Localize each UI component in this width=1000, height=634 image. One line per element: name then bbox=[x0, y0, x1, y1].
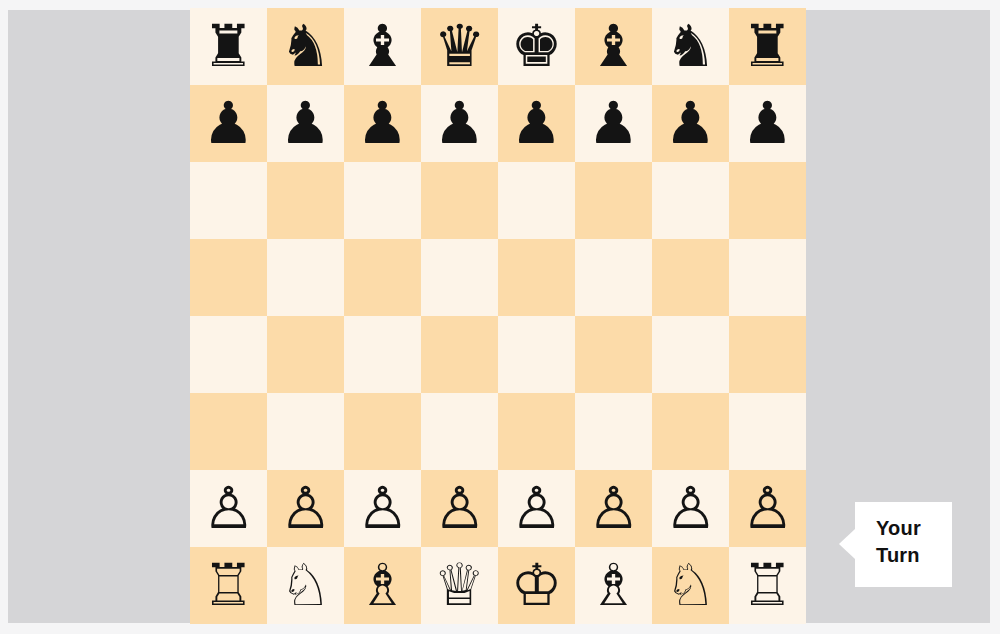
piece-white-rook[interactable]: ♖ bbox=[203, 547, 255, 624]
piece-black-pawn[interactable]: ♟ bbox=[357, 85, 409, 162]
square-e2[interactable]: ♙ bbox=[498, 470, 575, 547]
square-e7[interactable]: ♟ bbox=[498, 85, 575, 162]
square-g7[interactable]: ♟ bbox=[652, 85, 729, 162]
square-b4[interactable] bbox=[267, 316, 344, 393]
square-d3[interactable] bbox=[421, 393, 498, 470]
piece-black-bishop[interactable]: ♝ bbox=[357, 8, 409, 85]
square-h7[interactable]: ♟ bbox=[729, 85, 806, 162]
square-b3[interactable] bbox=[267, 393, 344, 470]
square-b6[interactable] bbox=[267, 162, 344, 239]
square-b7[interactable]: ♟ bbox=[267, 85, 344, 162]
piece-white-bishop[interactable]: ♗ bbox=[588, 547, 640, 624]
square-c3[interactable] bbox=[344, 393, 421, 470]
piece-black-knight[interactable]: ♞ bbox=[665, 8, 717, 85]
square-d6[interactable] bbox=[421, 162, 498, 239]
square-a5[interactable] bbox=[190, 239, 267, 316]
piece-white-queen[interactable]: ♕ bbox=[434, 547, 486, 624]
square-e1[interactable]: ♔ bbox=[498, 547, 575, 624]
square-e5[interactable] bbox=[498, 239, 575, 316]
bubble-arrow-left-icon bbox=[839, 529, 855, 559]
piece-white-pawn[interactable]: ♙ bbox=[434, 470, 486, 547]
piece-white-king[interactable]: ♔ bbox=[511, 547, 563, 624]
square-c4[interactable] bbox=[344, 316, 421, 393]
piece-black-queen[interactable]: ♛ bbox=[434, 8, 486, 85]
square-d7[interactable]: ♟ bbox=[421, 85, 498, 162]
piece-white-knight[interactable]: ♘ bbox=[665, 547, 717, 624]
turn-indicator-bubble: Your Turn bbox=[855, 502, 952, 587]
square-e4[interactable] bbox=[498, 316, 575, 393]
piece-white-pawn[interactable]: ♙ bbox=[742, 470, 794, 547]
square-f4[interactable] bbox=[575, 316, 652, 393]
square-c7[interactable]: ♟ bbox=[344, 85, 421, 162]
square-b1[interactable]: ♘ bbox=[267, 547, 344, 624]
square-a7[interactable]: ♟ bbox=[190, 85, 267, 162]
piece-white-bishop[interactable]: ♗ bbox=[357, 547, 409, 624]
square-a2[interactable]: ♙ bbox=[190, 470, 267, 547]
piece-black-rook[interactable]: ♜ bbox=[203, 8, 255, 85]
square-g1[interactable]: ♘ bbox=[652, 547, 729, 624]
square-c6[interactable] bbox=[344, 162, 421, 239]
square-e6[interactable] bbox=[498, 162, 575, 239]
square-d2[interactable]: ♙ bbox=[421, 470, 498, 547]
square-a4[interactable] bbox=[190, 316, 267, 393]
turn-indicator-line1: Your bbox=[876, 515, 952, 542]
square-c1[interactable]: ♗ bbox=[344, 547, 421, 624]
square-c8[interactable]: ♝ bbox=[344, 8, 421, 85]
piece-black-pawn[interactable]: ♟ bbox=[588, 85, 640, 162]
square-a6[interactable] bbox=[190, 162, 267, 239]
piece-white-rook[interactable]: ♖ bbox=[742, 547, 794, 624]
piece-black-king[interactable]: ♚ bbox=[511, 8, 563, 85]
square-f5[interactable] bbox=[575, 239, 652, 316]
piece-white-pawn[interactable]: ♙ bbox=[588, 470, 640, 547]
piece-white-pawn[interactable]: ♙ bbox=[203, 470, 255, 547]
square-b8[interactable]: ♞ bbox=[267, 8, 344, 85]
square-f6[interactable] bbox=[575, 162, 652, 239]
piece-white-pawn[interactable]: ♙ bbox=[357, 470, 409, 547]
piece-black-pawn[interactable]: ♟ bbox=[665, 85, 717, 162]
square-g5[interactable] bbox=[652, 239, 729, 316]
piece-black-pawn[interactable]: ♟ bbox=[511, 85, 563, 162]
page: ♜♞♝♛♚♝♞♜♟♟♟♟♟♟♟♟♙♙♙♙♙♙♙♙♖♘♗♕♔♗♘♖ Your Tu… bbox=[0, 0, 1000, 634]
piece-black-knight[interactable]: ♞ bbox=[280, 8, 332, 85]
square-h1[interactable]: ♖ bbox=[729, 547, 806, 624]
square-h3[interactable] bbox=[729, 393, 806, 470]
piece-black-pawn[interactable]: ♟ bbox=[280, 85, 332, 162]
square-h4[interactable] bbox=[729, 316, 806, 393]
piece-black-pawn[interactable]: ♟ bbox=[434, 85, 486, 162]
piece-white-pawn[interactable]: ♙ bbox=[511, 470, 563, 547]
square-a1[interactable]: ♖ bbox=[190, 547, 267, 624]
square-g3[interactable] bbox=[652, 393, 729, 470]
chess-board[interactable]: ♜♞♝♛♚♝♞♜♟♟♟♟♟♟♟♟♙♙♙♙♙♙♙♙♖♘♗♕♔♗♘♖ bbox=[190, 8, 806, 624]
square-b5[interactable] bbox=[267, 239, 344, 316]
square-h5[interactable] bbox=[729, 239, 806, 316]
square-d4[interactable] bbox=[421, 316, 498, 393]
piece-white-knight[interactable]: ♘ bbox=[280, 547, 332, 624]
square-b2[interactable]: ♙ bbox=[267, 470, 344, 547]
square-e3[interactable] bbox=[498, 393, 575, 470]
piece-black-bishop[interactable]: ♝ bbox=[588, 8, 640, 85]
square-g4[interactable] bbox=[652, 316, 729, 393]
square-h2[interactable]: ♙ bbox=[729, 470, 806, 547]
square-f8[interactable]: ♝ bbox=[575, 8, 652, 85]
piece-black-rook[interactable]: ♜ bbox=[742, 8, 794, 85]
turn-indicator-line2: Turn bbox=[876, 542, 952, 569]
square-g6[interactable] bbox=[652, 162, 729, 239]
square-f2[interactable]: ♙ bbox=[575, 470, 652, 547]
square-h8[interactable]: ♜ bbox=[729, 8, 806, 85]
square-d1[interactable]: ♕ bbox=[421, 547, 498, 624]
square-e8[interactable]: ♚ bbox=[498, 8, 575, 85]
piece-white-pawn[interactable]: ♙ bbox=[280, 470, 332, 547]
square-c5[interactable] bbox=[344, 239, 421, 316]
square-h6[interactable] bbox=[729, 162, 806, 239]
piece-black-pawn[interactable]: ♟ bbox=[203, 85, 255, 162]
piece-black-pawn[interactable]: ♟ bbox=[742, 85, 794, 162]
square-d5[interactable] bbox=[421, 239, 498, 316]
square-a3[interactable] bbox=[190, 393, 267, 470]
piece-white-pawn[interactable]: ♙ bbox=[665, 470, 717, 547]
square-g2[interactable]: ♙ bbox=[652, 470, 729, 547]
square-g8[interactable]: ♞ bbox=[652, 8, 729, 85]
square-d8[interactable]: ♛ bbox=[421, 8, 498, 85]
square-f1[interactable]: ♗ bbox=[575, 547, 652, 624]
square-f7[interactable]: ♟ bbox=[575, 85, 652, 162]
square-a8[interactable]: ♜ bbox=[190, 8, 267, 85]
square-f3[interactable] bbox=[575, 393, 652, 470]
square-c2[interactable]: ♙ bbox=[344, 470, 421, 547]
